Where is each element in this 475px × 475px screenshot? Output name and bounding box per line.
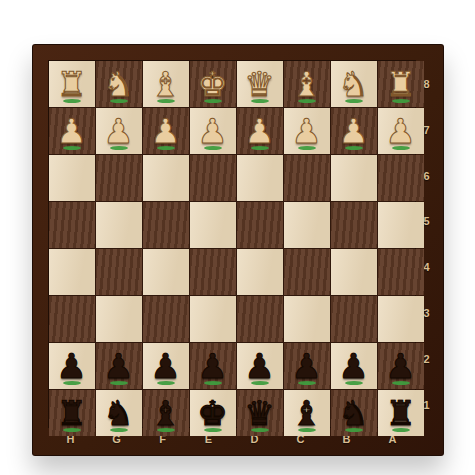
square-b6 <box>331 296 377 342</box>
square-c7: ♟ <box>284 343 330 389</box>
piece-black-pawn: ♟ <box>49 343 95 389</box>
piece-white-knight: ♞ <box>96 61 142 107</box>
piece-black-pawn: ♟ <box>284 343 330 389</box>
square-g5 <box>96 249 142 295</box>
piece-white-bishop: ♝ <box>284 61 330 107</box>
square-d7: ♟ <box>237 343 283 389</box>
piece-white-rook: ♜ <box>378 61 424 107</box>
piece-black-queen: ♛ <box>237 390 283 436</box>
square-f7: ♟ <box>143 343 189 389</box>
square-e5 <box>190 249 236 295</box>
piece-black-pawn: ♟ <box>331 343 377 389</box>
square-b4 <box>331 202 377 248</box>
piece-white-pawn: ♟ <box>143 108 189 154</box>
square-h7: ♟ <box>49 343 95 389</box>
square-h5 <box>49 249 95 295</box>
square-f5 <box>143 249 189 295</box>
square-c6 <box>284 296 330 342</box>
square-e4 <box>190 202 236 248</box>
square-g2: ♟ <box>96 108 142 154</box>
piece-white-knight: ♞ <box>331 61 377 107</box>
square-a2: ♟ <box>378 108 424 154</box>
square-d8: ♛ <box>237 390 283 436</box>
square-h3 <box>49 155 95 201</box>
piece-white-pawn: ♟ <box>237 108 283 154</box>
square-d3 <box>237 155 283 201</box>
square-e7: ♟ <box>190 343 236 389</box>
square-e2: ♟ <box>190 108 236 154</box>
square-c3 <box>284 155 330 201</box>
square-f1: ♝ <box>143 61 189 107</box>
square-c5 <box>284 249 330 295</box>
square-f3 <box>143 155 189 201</box>
piece-black-bishop: ♝ <box>143 390 189 436</box>
piece-black-knight: ♞ <box>331 390 377 436</box>
piece-white-pawn: ♟ <box>331 108 377 154</box>
square-c2: ♟ <box>284 108 330 154</box>
square-a6 <box>378 296 424 342</box>
square-f2: ♟ <box>143 108 189 154</box>
piece-white-king: ♚ <box>190 61 236 107</box>
square-c4 <box>284 202 330 248</box>
square-g4 <box>96 202 142 248</box>
square-e8: ♚ <box>190 390 236 436</box>
square-h6 <box>49 296 95 342</box>
square-e1: ♚ <box>190 61 236 107</box>
square-b5 <box>331 249 377 295</box>
piece-black-pawn: ♟ <box>143 343 189 389</box>
square-g1: ♞ <box>96 61 142 107</box>
square-e6 <box>190 296 236 342</box>
square-d5 <box>237 249 283 295</box>
photo-scene: ♜♞♝♚♛♝♞♜♟♟♟♟♟♟♟♟♟♟♟♟♟♟♟♟♜♞♝♚♛♝♞♜ 1234567… <box>0 0 475 475</box>
square-b2: ♟ <box>331 108 377 154</box>
piece-black-rook: ♜ <box>49 390 95 436</box>
square-h1: ♜ <box>49 61 95 107</box>
square-f8: ♝ <box>143 390 189 436</box>
square-a7: ♟ <box>378 343 424 389</box>
square-h2: ♟ <box>49 108 95 154</box>
piece-black-king: ♚ <box>190 390 236 436</box>
square-b7: ♟ <box>331 343 377 389</box>
square-a1: ♜ <box>378 61 424 107</box>
piece-black-pawn: ♟ <box>190 343 236 389</box>
piece-black-rook: ♜ <box>378 390 424 436</box>
square-d1: ♛ <box>237 61 283 107</box>
square-b3 <box>331 155 377 201</box>
piece-black-pawn: ♟ <box>237 343 283 389</box>
piece-white-rook: ♜ <box>49 61 95 107</box>
chess-board-frame: ♜♞♝♚♛♝♞♜♟♟♟♟♟♟♟♟♟♟♟♟♟♟♟♟♜♞♝♚♛♝♞♜ 1234567… <box>32 44 444 456</box>
piece-black-knight: ♞ <box>96 390 142 436</box>
piece-white-bishop: ♝ <box>143 61 189 107</box>
square-a8: ♜ <box>378 390 424 436</box>
square-a3 <box>378 155 424 201</box>
square-d6 <box>237 296 283 342</box>
square-a4 <box>378 202 424 248</box>
square-c8: ♝ <box>284 390 330 436</box>
piece-white-pawn: ♟ <box>284 108 330 154</box>
square-d4 <box>237 202 283 248</box>
piece-white-queen: ♛ <box>237 61 283 107</box>
piece-black-pawn: ♟ <box>96 343 142 389</box>
square-c1: ♝ <box>284 61 330 107</box>
piece-black-bishop: ♝ <box>284 390 330 436</box>
square-a5 <box>378 249 424 295</box>
square-b1: ♞ <box>331 61 377 107</box>
piece-black-pawn: ♟ <box>378 343 424 389</box>
square-g7: ♟ <box>96 343 142 389</box>
square-b8: ♞ <box>331 390 377 436</box>
square-d2: ♟ <box>237 108 283 154</box>
square-h8: ♜ <box>49 390 95 436</box>
square-g3 <box>96 155 142 201</box>
piece-white-pawn: ♟ <box>378 108 424 154</box>
piece-white-pawn: ♟ <box>96 108 142 154</box>
square-f6 <box>143 296 189 342</box>
square-g6 <box>96 296 142 342</box>
piece-white-pawn: ♟ <box>190 108 236 154</box>
square-h4 <box>49 202 95 248</box>
square-f4 <box>143 202 189 248</box>
square-e3 <box>190 155 236 201</box>
chess-board: ♜♞♝♚♛♝♞♜♟♟♟♟♟♟♟♟♟♟♟♟♟♟♟♟♜♞♝♚♛♝♞♜ <box>48 60 416 428</box>
piece-white-pawn: ♟ <box>49 108 95 154</box>
square-g8: ♞ <box>96 390 142 436</box>
